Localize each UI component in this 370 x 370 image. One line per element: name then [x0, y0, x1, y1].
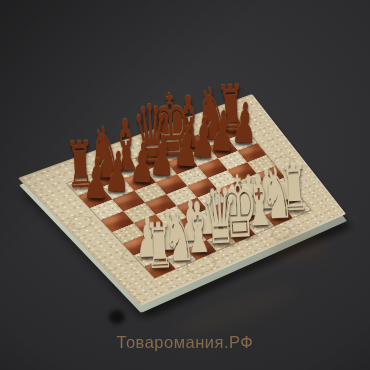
product-photo-stage: ♜♞♟♝♟♚♟♛♟♝♟♞♟♜♟♟♟♟♜♟♞♟♝♟♚♟♛♟♝♟♞♜ Товаром… [0, 0, 370, 370]
surface-spot [109, 310, 125, 324]
chess-board [18, 94, 346, 306]
watermark: Товаромания.РФ [0, 333, 370, 352]
